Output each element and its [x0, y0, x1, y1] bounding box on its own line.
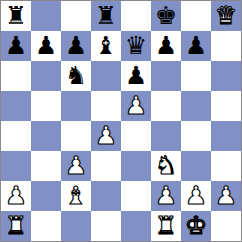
- black-pawn[interactable]: ♟: [155, 31, 177, 61]
- square-g7[interactable]: ♟: [181, 31, 211, 61]
- square-g3[interactable]: [181, 151, 211, 181]
- square-e3[interactable]: [121, 151, 151, 181]
- square-a3[interactable]: [1, 151, 31, 181]
- square-h2[interactable]: ♟: [211, 181, 241, 211]
- square-h7[interactable]: [211, 31, 241, 61]
- white-pawn[interactable]: ♟: [185, 181, 207, 211]
- black-pawn[interactable]: ♟: [5, 31, 27, 61]
- black-queen[interactable]: ♛: [125, 31, 147, 61]
- square-f1[interactable]: ♜: [151, 211, 181, 241]
- white-pawn[interactable]: ♟: [155, 181, 177, 211]
- square-h3[interactable]: [211, 151, 241, 181]
- square-e4[interactable]: [121, 121, 151, 151]
- chess-board-container: ♜♜♚♛♟♟♟♝♛♟♟♞♟♟♟♟♞♟♝♟♟♟♜♜♚: [0, 0, 242, 242]
- square-c7[interactable]: ♟: [61, 31, 91, 61]
- square-b2[interactable]: [31, 181, 61, 211]
- square-f7[interactable]: ♟: [151, 31, 181, 61]
- square-a5[interactable]: [1, 91, 31, 121]
- square-g2[interactable]: ♟: [181, 181, 211, 211]
- square-b8[interactable]: [31, 1, 61, 31]
- square-d8[interactable]: ♜: [91, 1, 121, 31]
- square-h8[interactable]: ♛: [211, 1, 241, 31]
- black-rook[interactable]: ♜: [5, 1, 27, 31]
- white-pawn[interactable]: ♟: [65, 151, 87, 181]
- square-b6[interactable]: [31, 61, 61, 91]
- square-c4[interactable]: [61, 121, 91, 151]
- square-d5[interactable]: [91, 91, 121, 121]
- square-b7[interactable]: ♟: [31, 31, 61, 61]
- white-rook[interactable]: ♜: [155, 211, 177, 241]
- square-d6[interactable]: [91, 61, 121, 91]
- square-d7[interactable]: ♝: [91, 31, 121, 61]
- square-g1[interactable]: ♚: [181, 211, 211, 241]
- white-pawn[interactable]: ♟: [215, 181, 237, 211]
- square-e1[interactable]: [121, 211, 151, 241]
- square-g8[interactable]: [181, 1, 211, 31]
- square-e7[interactable]: ♛: [121, 31, 151, 61]
- black-bishop[interactable]: ♝: [95, 31, 117, 61]
- square-d4[interactable]: ♟: [91, 121, 121, 151]
- square-f4[interactable]: [151, 121, 181, 151]
- black-king[interactable]: ♚: [155, 1, 177, 31]
- square-b5[interactable]: [31, 91, 61, 121]
- black-pawn[interactable]: ♟: [35, 31, 57, 61]
- square-f6[interactable]: [151, 61, 181, 91]
- square-g4[interactable]: [181, 121, 211, 151]
- square-d1[interactable]: [91, 211, 121, 241]
- square-b1[interactable]: [31, 211, 61, 241]
- square-a8[interactable]: ♜: [1, 1, 31, 31]
- chess-board: ♜♜♚♛♟♟♟♝♛♟♟♞♟♟♟♟♞♟♝♟♟♟♜♜♚: [0, 0, 242, 242]
- square-c3[interactable]: ♟: [61, 151, 91, 181]
- square-e2[interactable]: [121, 181, 151, 211]
- white-pawn[interactable]: ♟: [95, 121, 117, 151]
- square-e6[interactable]: ♟: [121, 61, 151, 91]
- square-c5[interactable]: [61, 91, 91, 121]
- square-f5[interactable]: [151, 91, 181, 121]
- square-c6[interactable]: ♞: [61, 61, 91, 91]
- white-queen[interactable]: ♛: [215, 1, 237, 31]
- square-c8[interactable]: [61, 1, 91, 31]
- black-pawn[interactable]: ♟: [125, 61, 147, 91]
- square-a4[interactable]: [1, 121, 31, 151]
- square-h1[interactable]: [211, 211, 241, 241]
- square-b3[interactable]: [31, 151, 61, 181]
- square-g6[interactable]: [181, 61, 211, 91]
- square-e5[interactable]: ♟: [121, 91, 151, 121]
- square-f3[interactable]: ♞: [151, 151, 181, 181]
- square-a7[interactable]: ♟: [1, 31, 31, 61]
- white-knight[interactable]: ♞: [155, 151, 177, 181]
- square-a6[interactable]: [1, 61, 31, 91]
- white-pawn[interactable]: ♟: [5, 181, 27, 211]
- square-d2[interactable]: [91, 181, 121, 211]
- black-rook[interactable]: ♜: [95, 1, 117, 31]
- square-h5[interactable]: [211, 91, 241, 121]
- square-e8[interactable]: [121, 1, 151, 31]
- square-a1[interactable]: ♜: [1, 211, 31, 241]
- square-f8[interactable]: ♚: [151, 1, 181, 31]
- black-pawn[interactable]: ♟: [185, 31, 207, 61]
- white-pawn[interactable]: ♟: [125, 91, 147, 121]
- white-bishop[interactable]: ♝: [65, 181, 87, 211]
- square-c1[interactable]: [61, 211, 91, 241]
- black-knight[interactable]: ♞: [65, 61, 87, 91]
- white-king[interactable]: ♚: [185, 211, 207, 241]
- square-a2[interactable]: ♟: [1, 181, 31, 211]
- black-pawn[interactable]: ♟: [65, 31, 87, 61]
- square-h6[interactable]: [211, 61, 241, 91]
- square-g5[interactable]: [181, 91, 211, 121]
- square-h4[interactable]: [211, 121, 241, 151]
- square-d3[interactable]: [91, 151, 121, 181]
- square-b4[interactable]: [31, 121, 61, 151]
- square-f2[interactable]: ♟: [151, 181, 181, 211]
- square-c2[interactable]: ♝: [61, 181, 91, 211]
- white-rook[interactable]: ♜: [5, 211, 27, 241]
